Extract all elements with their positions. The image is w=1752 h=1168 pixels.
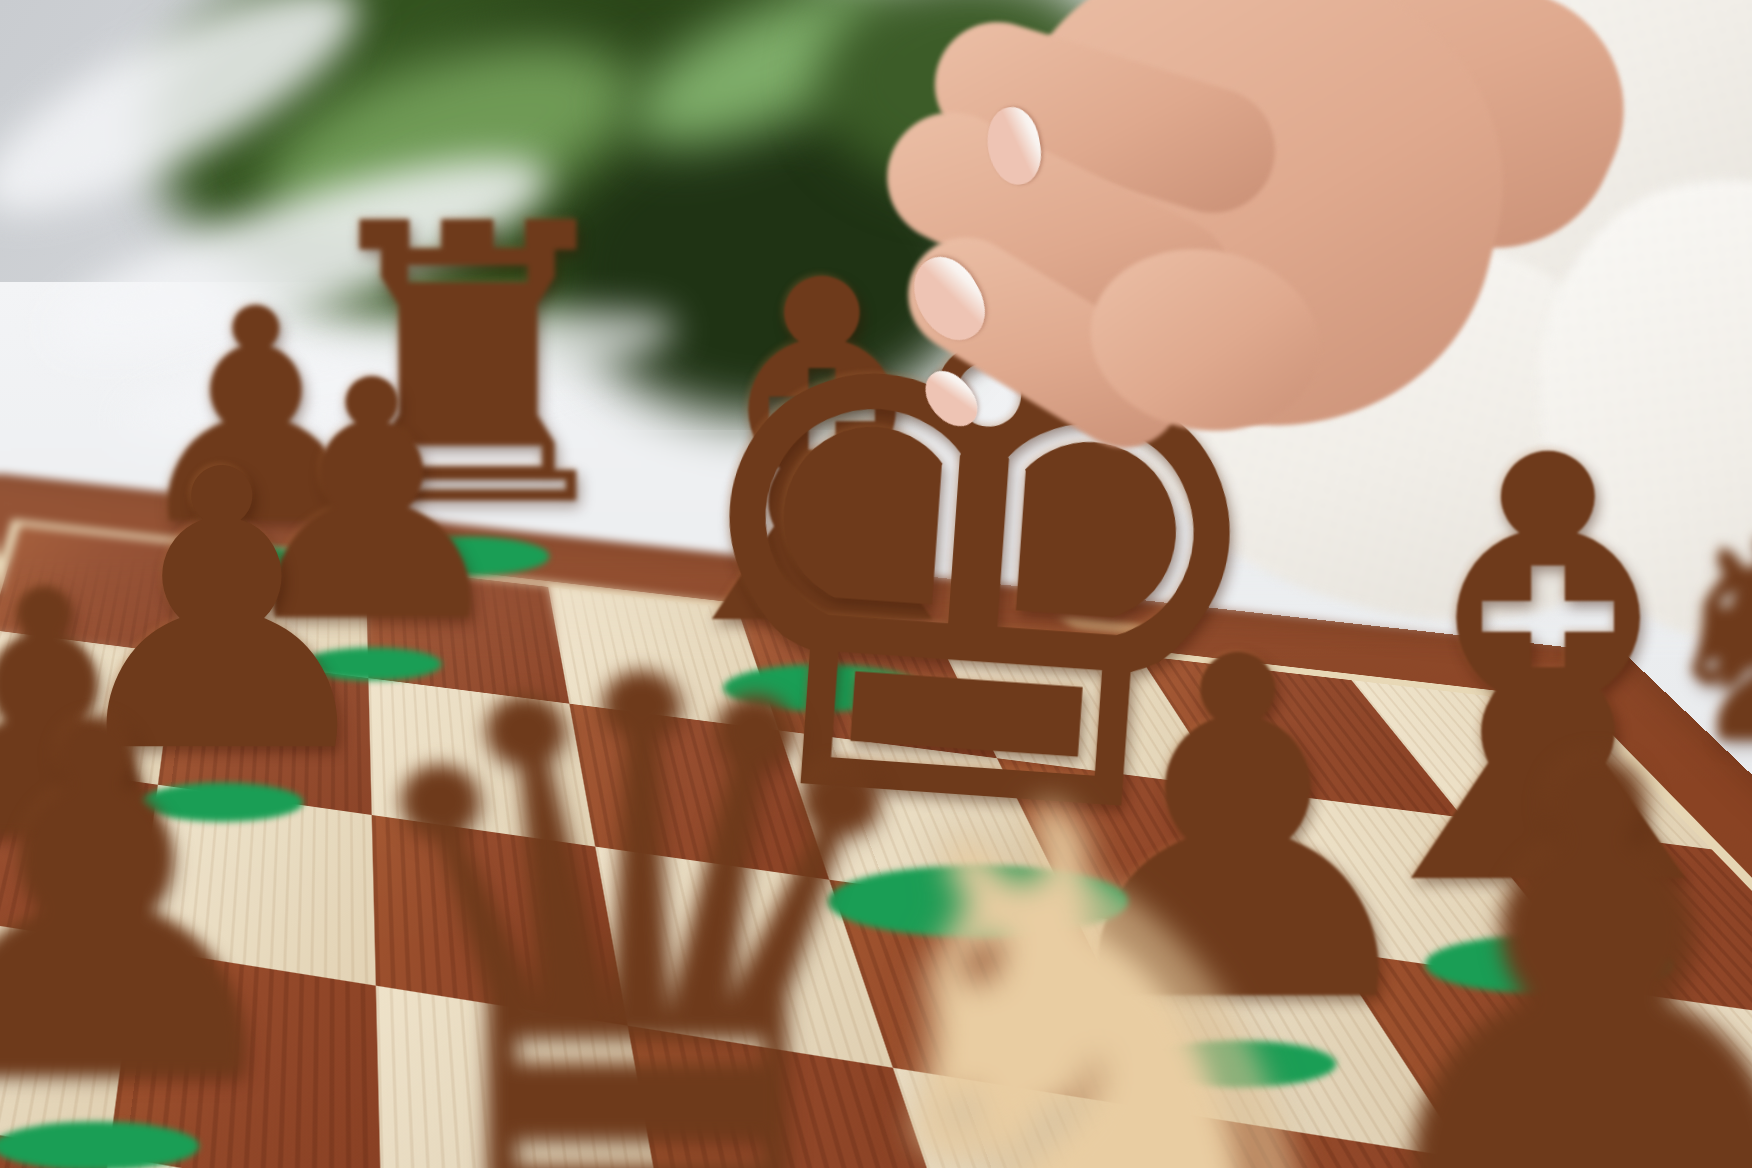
white-piece-out-of-focus[interactable]: ♞ (771, 693, 1418, 1168)
chess-photo-scene: E F ♟♟♜♟♟♟♛♝♚♟♝♟♞♞ (0, 0, 1752, 1168)
pawn-foreground-left[interactable]: ♟ (0, 660, 316, 1150)
pieces-layer: ♟♟♜♟♟♟♛♝♚♟♝♟♞♞ (0, 0, 1752, 1168)
